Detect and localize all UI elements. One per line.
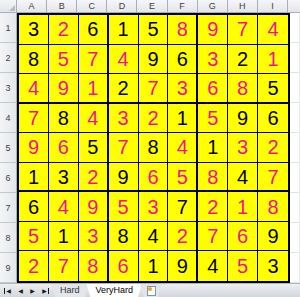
cell-C5[interactable]: 5 (79, 133, 109, 163)
cell-D1[interactable]: 1 (109, 15, 139, 45)
cell-A3[interactable]: 4 (19, 74, 49, 104)
cell-D6[interactable]: 9 (109, 163, 139, 193)
column-header-C[interactable]: C (77, 0, 107, 13)
cell-A8[interactable]: 5 (19, 222, 49, 252)
row-header-6[interactable]: 6 (0, 163, 17, 193)
cell-C2[interactable]: 7 (79, 45, 109, 75)
cell-F6[interactable]: 5 (168, 163, 198, 193)
cell-C6[interactable]: 2 (79, 163, 109, 193)
cell-A6[interactable]: 1 (19, 163, 49, 193)
column-header-B[interactable]: B (47, 0, 77, 13)
cell-I3[interactable]: 5 (258, 74, 288, 104)
cell-B3[interactable]: 9 (49, 74, 79, 104)
cell-D8[interactable]: 8 (109, 222, 139, 252)
cell-D9[interactable]: 6 (109, 251, 139, 281)
cell-C4[interactable]: 4 (79, 104, 109, 134)
cell-F2[interactable]: 6 (168, 45, 198, 75)
cell-F8[interactable]: 2 (168, 222, 198, 252)
cell-A9[interactable]: 2 (19, 251, 49, 281)
cell-A7[interactable]: 6 (19, 192, 49, 222)
cell-G1[interactable]: 9 (198, 15, 228, 45)
cell-I8[interactable]: 9 (258, 222, 288, 252)
column-headers: ABCDEFGHI (17, 0, 288, 13)
row-header-9[interactable]: 9 (0, 253, 17, 283)
column-header-filler (288, 0, 300, 13)
cell-H4[interactable]: 9 (228, 104, 258, 134)
column-header-G[interactable]: G (198, 0, 228, 13)
cell-F1[interactable]: 8 (168, 15, 198, 45)
column-header-I[interactable]: I (258, 0, 288, 13)
cell-D2[interactable]: 4 (109, 45, 139, 75)
row-header-8[interactable]: 8 (0, 223, 17, 253)
cell-D4[interactable]: 3 (109, 104, 139, 134)
cell-F4[interactable]: 1 (168, 104, 198, 134)
cell-F5[interactable]: 4 (168, 133, 198, 163)
cell-E7[interactable]: 3 (139, 192, 169, 222)
column-header-H[interactable]: H (228, 0, 258, 13)
first-sheet-icon[interactable]: ◀ (3, 285, 14, 297)
cell-E2[interactable]: 9 (139, 45, 169, 75)
cell-C9[interactable]: 8 (79, 251, 109, 281)
cell-H7[interactable]: 1 (228, 192, 258, 222)
sheet-tab-hard[interactable]: Hard (51, 284, 89, 297)
cell-D5[interactable]: 7 (109, 133, 139, 163)
cell-H5[interactable]: 3 (228, 133, 258, 163)
cell-B7[interactable]: 4 (49, 192, 79, 222)
cell-D7[interactable]: 5 (109, 192, 139, 222)
cell-E3[interactable]: 7 (139, 74, 169, 104)
spreadsheet-sudoku-window: ABCDEFGHI 123456789 32615897485749632149… (0, 0, 300, 297)
sheet-tab-veryhard[interactable]: VeryHard (87, 284, 143, 297)
cell-B8[interactable]: 1 (49, 222, 79, 252)
cell-E8[interactable]: 4 (139, 222, 169, 252)
cell-B6[interactable]: 3 (49, 163, 79, 193)
next-sheet-icon[interactable]: ▶ (27, 285, 38, 297)
cell-G8[interactable]: 7 (198, 222, 228, 252)
cell-I2[interactable]: 1 (258, 45, 288, 75)
cell-B9[interactable]: 7 (49, 251, 79, 281)
cell-B5[interactable]: 6 (49, 133, 79, 163)
sheet-nav-buttons: ◀◀▶▶ (0, 284, 53, 297)
cell-B4[interactable]: 8 (49, 104, 79, 134)
cell-C1[interactable]: 6 (79, 15, 109, 45)
cell-A2[interactable]: 8 (19, 45, 49, 75)
cell-F9[interactable]: 9 (168, 251, 198, 281)
cell-G5[interactable]: 1 (198, 133, 228, 163)
cell-C3[interactable]: 1 (79, 74, 109, 104)
row-header-3[interactable]: 3 (0, 73, 17, 103)
column-header-D[interactable]: D (107, 0, 137, 13)
insert-worksheet-icon (147, 286, 156, 296)
cell-H2[interactable]: 2 (228, 45, 258, 75)
row-header-4[interactable]: 4 (0, 103, 17, 133)
cell-B1[interactable]: 2 (49, 15, 79, 45)
column-header-E[interactable]: E (137, 0, 167, 13)
cell-H6[interactable]: 4 (228, 163, 258, 193)
cell-E1[interactable]: 5 (139, 15, 169, 45)
column-header-F[interactable]: F (168, 0, 198, 13)
row-header-1[interactable]: 1 (0, 13, 17, 43)
cell-H1[interactable]: 7 (228, 15, 258, 45)
cell-D3[interactable]: 2 (109, 74, 139, 104)
cell-H9[interactable]: 5 (228, 251, 258, 281)
sheet-tabs: HardVeryHard (53, 284, 162, 297)
cell-E5[interactable]: 8 (139, 133, 169, 163)
cell-F7[interactable]: 7 (168, 192, 198, 222)
cell-B2[interactable]: 5 (49, 45, 79, 75)
cell-E9[interactable]: 1 (139, 251, 169, 281)
cell-A4[interactable]: 7 (19, 104, 49, 134)
cell-F3[interactable]: 3 (168, 74, 198, 104)
last-sheet-icon[interactable]: ▶ (39, 285, 50, 297)
cell-I9[interactable]: 3 (258, 251, 288, 281)
cell-A1[interactable]: 3 (19, 15, 49, 45)
column-header-A[interactable]: A (17, 0, 47, 13)
row-header-2[interactable]: 2 (0, 43, 17, 73)
cell-C7[interactable]: 9 (79, 192, 109, 222)
cell-H8[interactable]: 6 (228, 222, 258, 252)
cell-A5[interactable]: 9 (19, 133, 49, 163)
cell-I1[interactable]: 4 (258, 15, 288, 45)
cell-E4[interactable]: 2 (139, 104, 169, 134)
cell-I4[interactable]: 6 (258, 104, 288, 134)
row-headers: 123456789 (0, 13, 17, 283)
empty-cells-area (290, 13, 300, 283)
sheet-tab-bar: ◀◀▶▶ HardVeryHard (0, 283, 300, 297)
cell-I5[interactable]: 2 (258, 133, 288, 163)
cell-C8[interactable]: 3 (79, 222, 109, 252)
cell-G9[interactable]: 4 (198, 251, 228, 281)
cell-G6[interactable]: 8 (198, 163, 228, 193)
cell-H3[interactable]: 8 (228, 74, 258, 104)
row-header-5[interactable]: 5 (0, 133, 17, 163)
cell-E6[interactable]: 6 (139, 163, 169, 193)
cell-G4[interactable]: 5 (198, 104, 228, 134)
cell-G3[interactable]: 6 (198, 74, 228, 104)
cell-G7[interactable]: 2 (198, 192, 228, 222)
prev-sheet-icon[interactable]: ◀ (15, 285, 26, 297)
sudoku-board: 3261589748574963214912736857843215969657… (17, 13, 290, 283)
insert-worksheet-tab[interactable] (140, 284, 162, 297)
cell-I6[interactable]: 7 (258, 163, 288, 193)
select-all-corner[interactable] (0, 0, 17, 13)
cell-I7[interactable]: 8 (258, 192, 288, 222)
cell-G2[interactable]: 3 (198, 45, 228, 75)
row-header-7[interactable]: 7 (0, 193, 17, 223)
